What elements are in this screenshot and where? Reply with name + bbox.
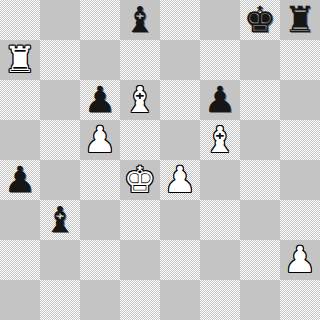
piece-white-pawn[interactable]: ♟ bbox=[284, 240, 316, 280]
piece-white-king[interactable]: ♚ bbox=[124, 160, 156, 200]
chess-board: ♝♚♜♜♟♝♟♟♝♟♚♟♝♟ bbox=[0, 0, 320, 320]
piece-white-bishop[interactable]: ♝ bbox=[124, 80, 156, 120]
square-a8[interactable] bbox=[0, 0, 40, 40]
square-f8[interactable] bbox=[200, 0, 240, 40]
square-a2[interactable] bbox=[0, 240, 40, 280]
piece-white-pawn[interactable]: ♟ bbox=[84, 120, 116, 160]
square-h2[interactable]: ♟ bbox=[280, 240, 320, 280]
square-g2[interactable] bbox=[240, 240, 280, 280]
square-b3[interactable]: ♝ bbox=[40, 200, 80, 240]
square-a1[interactable] bbox=[0, 280, 40, 320]
square-c6[interactable]: ♟ bbox=[80, 80, 120, 120]
square-d2[interactable] bbox=[120, 240, 160, 280]
square-e8[interactable] bbox=[160, 0, 200, 40]
square-g1[interactable] bbox=[240, 280, 280, 320]
square-e5[interactable] bbox=[160, 120, 200, 160]
square-h1[interactable] bbox=[280, 280, 320, 320]
piece-black-pawn[interactable]: ♟ bbox=[4, 160, 36, 200]
square-c7[interactable] bbox=[80, 40, 120, 80]
square-a7[interactable]: ♜ bbox=[0, 40, 40, 80]
square-f7[interactable] bbox=[200, 40, 240, 80]
square-e2[interactable] bbox=[160, 240, 200, 280]
square-g4[interactable] bbox=[240, 160, 280, 200]
square-b7[interactable] bbox=[40, 40, 80, 80]
square-c2[interactable] bbox=[80, 240, 120, 280]
square-b4[interactable] bbox=[40, 160, 80, 200]
square-e1[interactable] bbox=[160, 280, 200, 320]
square-d1[interactable] bbox=[120, 280, 160, 320]
square-f6[interactable]: ♟ bbox=[200, 80, 240, 120]
square-b6[interactable] bbox=[40, 80, 80, 120]
square-g6[interactable] bbox=[240, 80, 280, 120]
square-f5[interactable]: ♝ bbox=[200, 120, 240, 160]
square-c1[interactable] bbox=[80, 280, 120, 320]
piece-black-bishop[interactable]: ♝ bbox=[44, 200, 76, 240]
square-d7[interactable] bbox=[120, 40, 160, 80]
square-b1[interactable] bbox=[40, 280, 80, 320]
square-e4[interactable]: ♟ bbox=[160, 160, 200, 200]
square-d6[interactable]: ♝ bbox=[120, 80, 160, 120]
piece-black-king[interactable]: ♚ bbox=[244, 0, 276, 40]
piece-black-pawn[interactable]: ♟ bbox=[84, 80, 116, 120]
square-d3[interactable] bbox=[120, 200, 160, 240]
square-c3[interactable] bbox=[80, 200, 120, 240]
square-h3[interactable] bbox=[280, 200, 320, 240]
square-d5[interactable] bbox=[120, 120, 160, 160]
square-b8[interactable] bbox=[40, 0, 80, 40]
square-f1[interactable] bbox=[200, 280, 240, 320]
square-h8[interactable]: ♜ bbox=[280, 0, 320, 40]
square-e6[interactable] bbox=[160, 80, 200, 120]
square-c8[interactable] bbox=[80, 0, 120, 40]
square-g7[interactable] bbox=[240, 40, 280, 80]
square-h6[interactable] bbox=[280, 80, 320, 120]
piece-black-pawn[interactable]: ♟ bbox=[204, 80, 236, 120]
square-g5[interactable] bbox=[240, 120, 280, 160]
piece-white-pawn[interactable]: ♟ bbox=[164, 160, 196, 200]
square-d4[interactable]: ♚ bbox=[120, 160, 160, 200]
square-b2[interactable] bbox=[40, 240, 80, 280]
square-h4[interactable] bbox=[280, 160, 320, 200]
square-b5[interactable] bbox=[40, 120, 80, 160]
square-h7[interactable] bbox=[280, 40, 320, 80]
square-a3[interactable] bbox=[0, 200, 40, 240]
square-g8[interactable]: ♚ bbox=[240, 0, 280, 40]
square-e7[interactable] bbox=[160, 40, 200, 80]
square-c5[interactable]: ♟ bbox=[80, 120, 120, 160]
square-d8[interactable]: ♝ bbox=[120, 0, 160, 40]
piece-white-rook[interactable]: ♜ bbox=[4, 40, 36, 80]
square-c4[interactable] bbox=[80, 160, 120, 200]
piece-black-rook[interactable]: ♜ bbox=[284, 0, 316, 40]
square-f4[interactable] bbox=[200, 160, 240, 200]
square-g3[interactable] bbox=[240, 200, 280, 240]
piece-white-bishop[interactable]: ♝ bbox=[204, 120, 236, 160]
square-a6[interactable] bbox=[0, 80, 40, 120]
square-h5[interactable] bbox=[280, 120, 320, 160]
square-e3[interactable] bbox=[160, 200, 200, 240]
piece-black-bishop[interactable]: ♝ bbox=[124, 0, 156, 40]
square-a5[interactable] bbox=[0, 120, 40, 160]
square-a4[interactable]: ♟ bbox=[0, 160, 40, 200]
square-f3[interactable] bbox=[200, 200, 240, 240]
square-f2[interactable] bbox=[200, 240, 240, 280]
